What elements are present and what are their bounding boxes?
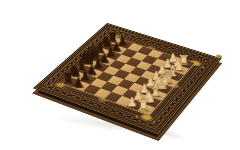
piece-black-pawn-h7[interactable]: ♟ bbox=[69, 77, 88, 89]
product-photo: ♜♟♟♜♞♟♟♞♝♟♟♝♛♟♟♛♚♟♟♚♝♟♟♝♞♟♟♞♜♟♟♜ bbox=[0, 0, 240, 150]
piece-white-rook-h1[interactable]: ♜ bbox=[134, 98, 153, 113]
